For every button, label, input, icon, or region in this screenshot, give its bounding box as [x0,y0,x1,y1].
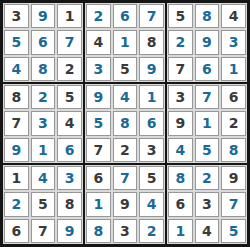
sudoku-cell-r1c1[interactable]: 3 [4,4,29,28]
sudoku-cell-r8c9[interactable]: 7 [221,192,246,216]
sudoku-cell-r8c6[interactable]: 4 [139,192,164,216]
sudoku-cell-r9c7[interactable]: 1 [168,219,193,243]
sudoku-cell-r2c2[interactable]: 6 [31,30,56,54]
sudoku-cell-r2c9[interactable]: 3 [221,30,246,54]
sudoku-cell-r7c9[interactable]: 9 [221,166,246,190]
sudoku-cell-r3c8[interactable]: 6 [195,57,220,81]
sudoku-cell-r2c5[interactable]: 1 [113,30,138,54]
sudoku-box: 825734916 [3,84,83,163]
sudoku-cell-r9c3[interactable]: 9 [57,219,82,243]
sudoku-cell-r6c2[interactable]: 1 [31,138,56,162]
sudoku-cell-r3c1[interactable]: 4 [4,57,29,81]
sudoku-cell-r6c4[interactable]: 7 [86,138,111,162]
sudoku-cell-r6c8[interactable]: 5 [195,138,220,162]
sudoku-cell-r2c1[interactable]: 5 [4,30,29,54]
sudoku-cell-r8c1[interactable]: 2 [4,192,29,216]
sudoku-cell-r7c8[interactable]: 2 [195,166,220,190]
sudoku-cell-r1c5[interactable]: 6 [113,4,138,28]
sudoku-cell-r4c9[interactable]: 6 [221,85,246,109]
sudoku-cell-r3c7[interactable]: 7 [168,57,193,81]
sudoku-cell-r9c9[interactable]: 5 [221,219,246,243]
sudoku-cell-r3c4[interactable]: 3 [86,57,111,81]
sudoku-cell-r5c3[interactable]: 4 [57,111,82,135]
sudoku-cell-r4c4[interactable]: 9 [86,85,111,109]
sudoku-cell-r1c8[interactable]: 8 [195,4,220,28]
sudoku-box: 584293761 [167,3,247,82]
sudoku-box: 675194832 [85,165,165,244]
sudoku-cell-r7c1[interactable]: 1 [4,166,29,190]
sudoku-cell-r7c5[interactable]: 7 [113,166,138,190]
sudoku-puzzle: 3915674822674183595842937618257349169415… [0,0,250,247]
sudoku-cell-r3c9[interactable]: 1 [221,57,246,81]
sudoku-cell-r8c4[interactable]: 1 [86,192,111,216]
sudoku-cell-r4c2[interactable]: 2 [31,85,56,109]
sudoku-cell-r8c5[interactable]: 9 [113,192,138,216]
sudoku-cell-r6c6[interactable]: 3 [139,138,164,162]
sudoku-cell-r5c7[interactable]: 9 [168,111,193,135]
sudoku-cell-r2c8[interactable]: 9 [195,30,220,54]
sudoku-cell-r8c8[interactable]: 3 [195,192,220,216]
sudoku-cell-r5c8[interactable]: 1 [195,111,220,135]
sudoku-cell-r5c6[interactable]: 6 [139,111,164,135]
sudoku-cell-r9c2[interactable]: 7 [31,219,56,243]
sudoku-cell-r1c2[interactable]: 9 [31,4,56,28]
sudoku-cell-r6c9[interactable]: 8 [221,138,246,162]
sudoku-box: 143258679 [3,165,83,244]
sudoku-cell-r9c6[interactable]: 2 [139,219,164,243]
sudoku-cell-r6c7[interactable]: 4 [168,138,193,162]
sudoku-cell-r2c6[interactable]: 8 [139,30,164,54]
sudoku-cell-r3c2[interactable]: 8 [31,57,56,81]
sudoku-cell-r9c8[interactable]: 4 [195,219,220,243]
sudoku-cell-r2c7[interactable]: 2 [168,30,193,54]
sudoku-cell-r5c1[interactable]: 7 [4,111,29,135]
sudoku-cell-r3c5[interactable]: 5 [113,57,138,81]
sudoku-cell-r7c2[interactable]: 4 [31,166,56,190]
sudoku-cell-r4c1[interactable]: 8 [4,85,29,109]
sudoku-cell-r2c4[interactable]: 4 [86,30,111,54]
sudoku-cell-r2c3[interactable]: 7 [57,30,82,54]
sudoku-board: 3915674822674183595842937618257349169415… [0,0,250,247]
sudoku-cell-r8c7[interactable]: 6 [168,192,193,216]
sudoku-cell-r1c9[interactable]: 4 [221,4,246,28]
sudoku-cell-r9c4[interactable]: 8 [86,219,111,243]
sudoku-cell-r7c7[interactable]: 8 [168,166,193,190]
sudoku-cell-r7c4[interactable]: 6 [86,166,111,190]
sudoku-cell-r4c6[interactable]: 1 [139,85,164,109]
sudoku-cell-r8c2[interactable]: 5 [31,192,56,216]
sudoku-cell-r1c3[interactable]: 1 [57,4,82,28]
sudoku-cell-r4c8[interactable]: 7 [195,85,220,109]
sudoku-box: 941586723 [85,84,165,163]
sudoku-cell-r7c3[interactable]: 3 [57,166,82,190]
sudoku-cell-r6c1[interactable]: 9 [4,138,29,162]
sudoku-cell-r4c5[interactable]: 4 [113,85,138,109]
sudoku-cell-r3c6[interactable]: 9 [139,57,164,81]
sudoku-cell-r1c6[interactable]: 7 [139,4,164,28]
sudoku-cell-r3c3[interactable]: 2 [57,57,82,81]
sudoku-cell-r6c5[interactable]: 2 [113,138,138,162]
sudoku-cell-r5c2[interactable]: 3 [31,111,56,135]
sudoku-cell-r6c3[interactable]: 6 [57,138,82,162]
sudoku-cell-r5c9[interactable]: 2 [221,111,246,135]
sudoku-cell-r4c3[interactable]: 5 [57,85,82,109]
sudoku-box: 829637145 [167,165,247,244]
sudoku-cell-r1c4[interactable]: 2 [86,4,111,28]
sudoku-box: 376912458 [167,84,247,163]
sudoku-cell-r4c7[interactable]: 3 [168,85,193,109]
sudoku-cell-r5c4[interactable]: 5 [86,111,111,135]
sudoku-box: 267418359 [85,3,165,82]
sudoku-cell-r8c3[interactable]: 8 [57,192,82,216]
sudoku-cell-r7c6[interactable]: 5 [139,166,164,190]
sudoku-cell-r9c1[interactable]: 6 [4,219,29,243]
sudoku-box: 391567482 [3,3,83,82]
sudoku-cell-r1c7[interactable]: 5 [168,4,193,28]
sudoku-cell-r5c5[interactable]: 8 [113,111,138,135]
sudoku-cell-r9c5[interactable]: 3 [113,219,138,243]
